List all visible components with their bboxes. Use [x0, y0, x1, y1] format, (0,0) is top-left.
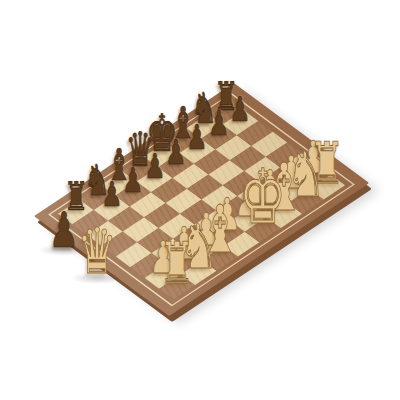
- chess-board: [34, 83, 369, 316]
- chess-set-photo: ♜♞♝♛♚♝♞♜♟♟♟♟♟♟♟♟♟♟♟♟♟♟♟♜♞♝♚♝♞♜♟♛: [0, 0, 400, 400]
